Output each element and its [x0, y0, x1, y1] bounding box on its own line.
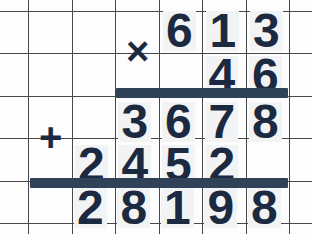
- product-digit: 2: [74, 188, 107, 228]
- multiplication-rule-bar: [116, 88, 288, 98]
- long-multiplication-board: 6 1 3 4 6 3 6 7 8 2 4 5 2 2 8 1 9 8 × +: [0, 0, 312, 234]
- multiplicand-digit: 3: [250, 11, 283, 51]
- multiplicand-digit: 1: [206, 11, 239, 51]
- partial-product-1-digit: 3: [118, 102, 151, 142]
- partial-product-1-digit: 8: [249, 102, 282, 142]
- product-digit: 8: [117, 188, 150, 228]
- sum-rule-bar: [30, 178, 288, 188]
- product-digit: 1: [161, 188, 194, 228]
- multiply-sign: ×: [116, 36, 160, 66]
- product-digit: 9: [204, 188, 237, 228]
- product-digit: 8: [248, 188, 281, 228]
- partial-product-1-digit: 7: [205, 102, 238, 142]
- partial-product-1-digit: 6: [162, 102, 195, 142]
- multiplicand-digit: 6: [163, 11, 196, 51]
- plus-sign: +: [29, 122, 73, 152]
